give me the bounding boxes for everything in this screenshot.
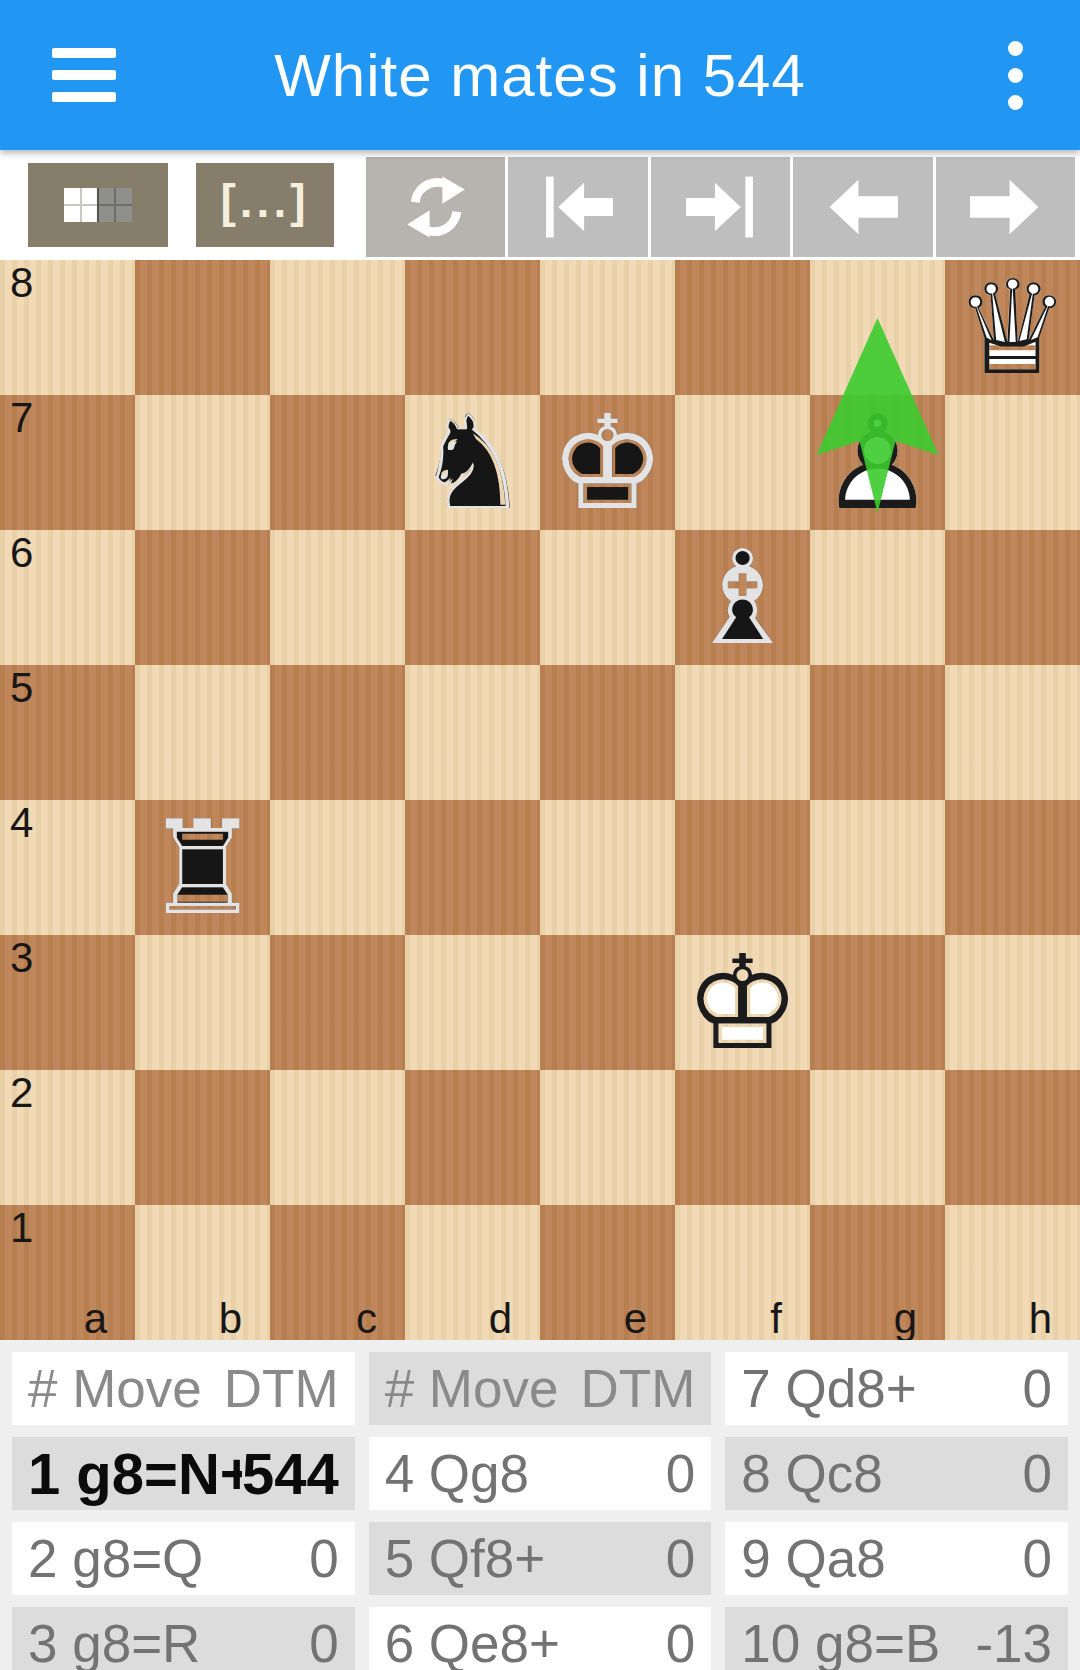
mini-board-icon	[64, 187, 132, 223]
menu-button[interactable]	[44, 38, 124, 112]
page-title: White mates in 544	[274, 41, 806, 110]
analysis-row-8[interactable]: 8 Qc80	[725, 1437, 1068, 1510]
square-e7[interactable]: ♚♔	[540, 395, 675, 530]
square-f7[interactable]	[675, 395, 810, 530]
forward-button[interactable]	[936, 157, 1075, 257]
square-a4[interactable]: 4	[0, 800, 135, 935]
square-d2[interactable]	[405, 1070, 540, 1205]
app-screen: White mates in 544 [...]	[0, 0, 1080, 1670]
square-e5[interactable]	[540, 665, 675, 800]
square-f2[interactable]	[675, 1070, 810, 1205]
analysis-row-3[interactable]: 3 g8=R0	[12, 1607, 355, 1670]
square-c3[interactable]	[270, 935, 405, 1070]
dtm-value: 544	[242, 1440, 339, 1507]
square-e6[interactable]	[540, 530, 675, 665]
dtm-value: 0	[1023, 1358, 1052, 1419]
piece-black-king[interactable]: ♚♔	[540, 395, 675, 530]
overflow-menu-button[interactable]	[980, 30, 1050, 120]
file-label-c: c	[356, 1298, 377, 1340]
square-e1[interactable]: e	[540, 1205, 675, 1340]
header-move-label: # Move	[28, 1358, 202, 1419]
nav-button-group	[366, 157, 1075, 257]
file-label-h: h	[1029, 1298, 1052, 1340]
move-label: 8 Qc8	[741, 1443, 882, 1504]
skip-to-start-icon	[540, 169, 616, 245]
square-c5[interactable]	[270, 665, 405, 800]
analysis-row-1[interactable]: 1 g8=N+544	[12, 1437, 355, 1510]
rank-label-2: 2	[10, 1072, 33, 1114]
go-to-end-button[interactable]	[651, 157, 790, 257]
square-e4[interactable]	[540, 800, 675, 935]
piece-white-queen[interactable]: ♛♕	[945, 260, 1080, 395]
square-c2[interactable]	[270, 1070, 405, 1205]
square-a1[interactable]: 1a	[0, 1205, 135, 1340]
rank-label-8: 8	[10, 262, 33, 304]
file-label-d: d	[489, 1298, 512, 1340]
square-b1[interactable]: b	[135, 1205, 270, 1340]
analysis-header: # MoveDTM	[369, 1352, 712, 1425]
dtm-value: -13	[975, 1613, 1052, 1670]
file-label-g: g	[894, 1298, 917, 1340]
square-b5[interactable]	[135, 665, 270, 800]
move-label: 3 g8=R	[28, 1613, 200, 1670]
toolbar: [...]	[0, 150, 1080, 260]
piece-black-knight[interactable]: ♞♘	[405, 395, 540, 530]
kebab-icon	[980, 41, 1050, 110]
square-b4[interactable]: ♜♖	[135, 800, 270, 935]
square-h7[interactable]	[945, 395, 1080, 530]
rank-label-4: 4	[10, 802, 33, 844]
file-label-a: a	[84, 1298, 107, 1340]
board-setup-button[interactable]	[28, 163, 168, 247]
square-f6[interactable]: ♝♗	[675, 530, 810, 665]
analysis-row-6[interactable]: 6 Qe8+0	[369, 1607, 712, 1670]
analysis-row-2[interactable]: 2 g8=Q0	[12, 1522, 355, 1595]
position-list-button[interactable]: [...]	[196, 163, 334, 247]
dtm-value: 0	[666, 1443, 695, 1504]
move-label: 1 g8=N+	[28, 1440, 242, 1507]
square-f4[interactable]	[675, 800, 810, 935]
square-f3[interactable]: ♚♔	[675, 935, 810, 1070]
square-h5[interactable]	[945, 665, 1080, 800]
square-g2[interactable]	[810, 1070, 945, 1205]
brackets-icon: [...]	[221, 178, 310, 224]
analysis-table: # MoveDTM1 g8=N+5442 g8=Q03 g8=R0# MoveD…	[0, 1340, 1080, 1670]
square-g4[interactable]	[810, 800, 945, 935]
square-d8[interactable]	[405, 260, 540, 395]
dtm-value: 0	[666, 1613, 695, 1670]
square-c4[interactable]	[270, 800, 405, 935]
square-e8[interactable]	[540, 260, 675, 395]
square-f1[interactable]: f	[675, 1205, 810, 1340]
square-b2[interactable]	[135, 1070, 270, 1205]
square-d6[interactable]	[405, 530, 540, 665]
square-h2[interactable]	[945, 1070, 1080, 1205]
dtm-value: 0	[1023, 1528, 1052, 1589]
rank-label-3: 3	[10, 937, 33, 979]
dtm-value: 0	[1023, 1443, 1052, 1504]
piece-white-king[interactable]: ♚♔	[675, 935, 810, 1070]
square-b8[interactable]	[135, 260, 270, 395]
hamburger-icon	[44, 48, 124, 102]
square-g8[interactable]	[810, 260, 945, 395]
analysis-header: # MoveDTM	[12, 1352, 355, 1425]
rank-label-7: 7	[10, 397, 33, 439]
chess-board: 8♛♕7♞♘♚♔♟♙6♝♗54♜♖3♚♔21abcdefgh	[0, 260, 1080, 1340]
app-header: White mates in 544	[0, 0, 1080, 150]
rank-label-1: 1	[10, 1207, 33, 1249]
arrow-left-icon	[825, 169, 901, 245]
square-a8[interactable]: 8	[0, 260, 135, 395]
rotate-icon	[396, 167, 476, 247]
move-label: 7 Qd8+	[741, 1358, 916, 1419]
square-d3[interactable]	[405, 935, 540, 1070]
square-h8[interactable]: ♛♕	[945, 260, 1080, 395]
square-a7[interactable]: 7	[0, 395, 135, 530]
move-label: 9 Qa8	[741, 1528, 885, 1589]
square-b7[interactable]	[135, 395, 270, 530]
square-h1[interactable]: h	[945, 1205, 1080, 1340]
square-c7[interactable]	[270, 395, 405, 530]
analysis-column-2: # MoveDTM4 Qg805 Qf8+06 Qe8+0	[369, 1352, 712, 1670]
skip-to-end-icon	[683, 169, 759, 245]
move-label: 6 Qe8+	[385, 1613, 560, 1670]
square-c8[interactable]	[270, 260, 405, 395]
square-g5[interactable]	[810, 665, 945, 800]
move-label: 5 Qf8+	[385, 1528, 546, 1589]
file-label-e: e	[624, 1298, 647, 1340]
square-a5[interactable]: 5	[0, 665, 135, 800]
file-label-f: f	[770, 1298, 782, 1340]
square-b3[interactable]	[135, 935, 270, 1070]
move-label: 2 g8=Q	[28, 1528, 203, 1589]
square-h4[interactable]	[945, 800, 1080, 935]
square-g6[interactable]	[810, 530, 945, 665]
header-move-label: # Move	[385, 1358, 559, 1419]
square-d4[interactable]	[405, 800, 540, 935]
square-d1[interactable]: d	[405, 1205, 540, 1340]
flip-board-button[interactable]	[366, 157, 505, 257]
square-h3[interactable]	[945, 935, 1080, 1070]
piece-black-rook[interactable]: ♜♖	[135, 800, 270, 935]
square-g3[interactable]	[810, 935, 945, 1070]
header-dtm-label: DTM	[581, 1358, 696, 1419]
square-d5[interactable]	[405, 665, 540, 800]
analysis-column-3: 7 Qd8+08 Qc809 Qa8010 g8=B-13	[725, 1352, 1068, 1670]
square-g7[interactable]: ♟♙	[810, 395, 945, 530]
square-c6[interactable]	[270, 530, 405, 665]
dtm-value: 0	[309, 1528, 338, 1589]
square-a6[interactable]: 6	[0, 530, 135, 665]
square-c1[interactable]: c	[270, 1205, 405, 1340]
square-e3[interactable]	[540, 935, 675, 1070]
analysis-row-10[interactable]: 10 g8=B-13	[725, 1607, 1068, 1670]
analysis-row-7[interactable]: 7 Qd8+0	[725, 1352, 1068, 1425]
analysis-row-9[interactable]: 9 Qa80	[725, 1522, 1068, 1595]
file-label-b: b	[219, 1298, 242, 1340]
rank-label-6: 6	[10, 532, 33, 574]
square-g1[interactable]: g	[810, 1205, 945, 1340]
square-f8[interactable]	[675, 260, 810, 395]
square-a2[interactable]: 2	[0, 1070, 135, 1205]
go-to-start-button[interactable]	[508, 157, 647, 257]
analysis-row-5[interactable]: 5 Qf8+0	[369, 1522, 712, 1595]
arrow-right-icon	[967, 169, 1043, 245]
square-e2[interactable]	[540, 1070, 675, 1205]
analysis-row-4[interactable]: 4 Qg80	[369, 1437, 712, 1510]
square-d7[interactable]: ♞♘	[405, 395, 540, 530]
rank-label-5: 5	[10, 667, 33, 709]
move-label: 10 g8=B	[741, 1613, 940, 1670]
dtm-value: 0	[666, 1528, 695, 1589]
back-button[interactable]	[793, 157, 932, 257]
header-dtm-label: DTM	[224, 1358, 339, 1419]
square-f5[interactable]	[675, 665, 810, 800]
square-b6[interactable]	[135, 530, 270, 665]
square-h6[interactable]	[945, 530, 1080, 665]
analysis-column-1: # MoveDTM1 g8=N+5442 g8=Q03 g8=R0	[12, 1352, 355, 1670]
piece-white-pawn[interactable]: ♟♙	[810, 395, 945, 530]
square-a3[interactable]: 3	[0, 935, 135, 1070]
move-label: 4 Qg8	[385, 1443, 529, 1504]
piece-black-bishop[interactable]: ♝♗	[675, 530, 810, 665]
dtm-value: 0	[309, 1613, 338, 1670]
